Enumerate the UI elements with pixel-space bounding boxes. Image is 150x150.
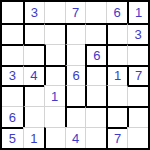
given-digit: 7 — [135, 69, 142, 82]
given-digit: 1 — [135, 6, 142, 19]
cell-r1c5[interactable] — [85, 2, 106, 23]
cell-r7c4[interactable]: 4 — [65, 127, 86, 148]
cell-r2c6[interactable] — [106, 23, 127, 44]
cell-r7c7[interactable] — [127, 127, 148, 148]
given-digit: 7 — [72, 6, 79, 19]
cell-r4c4[interactable]: 6 — [65, 65, 86, 86]
cell-r4c3[interactable] — [44, 65, 65, 86]
cell-r2c3[interactable] — [44, 23, 65, 44]
cell-r7c1[interactable]: 5 — [2, 127, 23, 148]
cell-r1c1[interactable] — [2, 2, 23, 23]
cell-r6c3[interactable] — [44, 106, 65, 127]
cell-r6c1[interactable]: 6 — [2, 106, 23, 127]
cell-r5c2[interactable] — [23, 85, 44, 106]
cell-r1c3[interactable] — [44, 2, 65, 23]
cell-r1c2[interactable]: 3 — [23, 2, 44, 23]
given-digit: 3 — [31, 6, 38, 19]
cell-r5c5[interactable] — [85, 85, 106, 106]
given-digit: 5 — [9, 132, 16, 145]
given-digit: 1 — [30, 132, 37, 145]
cell-r2c7[interactable]: 3 — [127, 23, 148, 44]
given-digit: 4 — [72, 132, 79, 145]
cell-r2c4[interactable] — [65, 23, 86, 44]
cell-r3c3[interactable] — [44, 44, 65, 65]
cell-r1c6[interactable]: 6 — [106, 2, 127, 23]
given-digit: 6 — [72, 69, 79, 82]
given-digit: 3 — [134, 28, 141, 41]
cell-r7c6[interactable]: 7 — [106, 127, 127, 148]
given-digit: 6 — [114, 6, 121, 19]
cell-r3c4[interactable] — [65, 44, 86, 65]
cell-r2c5[interactable] — [85, 23, 106, 44]
cell-r7c3[interactable] — [44, 127, 65, 148]
cell-r4c6[interactable]: 1 — [106, 65, 127, 86]
cell-r4c7[interactable]: 7 — [127, 65, 148, 86]
cell-r5c4[interactable] — [65, 85, 86, 106]
cell-r6c5[interactable] — [85, 106, 106, 127]
cell-r6c7[interactable] — [127, 106, 148, 127]
cell-r3c5[interactable]: 6 — [85, 44, 106, 65]
cell-r3c1[interactable] — [2, 44, 23, 65]
cell-r7c5[interactable] — [85, 127, 106, 148]
cell-r3c7[interactable] — [127, 44, 148, 65]
given-digit: 1 — [51, 90, 58, 103]
cell-r3c2[interactable] — [23, 44, 44, 65]
cell-r5c7[interactable] — [127, 85, 148, 106]
given-digit: 3 — [9, 69, 16, 82]
cell-r6c2[interactable] — [23, 106, 44, 127]
given-digit: 1 — [114, 69, 121, 82]
cell-r2c2[interactable] — [23, 23, 44, 44]
puzzle-board: 37613634617165147 — [0, 0, 150, 150]
cell-r5c1[interactable] — [2, 85, 23, 106]
given-digit: 6 — [9, 111, 16, 124]
cell-r4c5[interactable] — [85, 65, 106, 86]
cell-r3c6[interactable] — [106, 44, 127, 65]
given-digit: 6 — [93, 49, 100, 62]
puzzle-screenshot: 37613634617165147 — [0, 0, 150, 150]
cell-r4c2[interactable]: 4 — [23, 65, 44, 86]
cell-r5c6[interactable] — [106, 85, 127, 106]
cell-r1c7[interactable]: 1 — [127, 2, 148, 23]
cell-r6c6[interactable] — [106, 106, 127, 127]
cell-r1c4[interactable]: 7 — [65, 2, 86, 23]
given-digit: 4 — [30, 69, 37, 82]
cell-r6c4[interactable] — [65, 106, 86, 127]
given-digit: 7 — [114, 132, 121, 145]
cell-r4c1[interactable]: 3 — [2, 65, 23, 86]
cell-r7c2[interactable]: 1 — [23, 127, 44, 148]
cell-r2c1[interactable] — [2, 23, 23, 44]
cell-r5c3[interactable]: 1 — [44, 85, 65, 106]
